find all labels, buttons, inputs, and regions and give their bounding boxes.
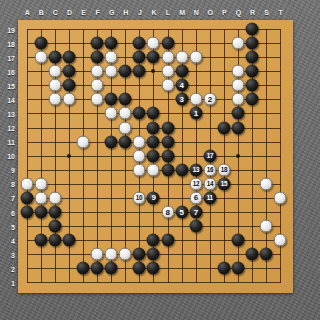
stone-S5: [260, 220, 273, 233]
col-label-P: P: [222, 9, 227, 16]
stone-N6: 7: [189, 206, 202, 219]
row-label-15: 15: [7, 82, 15, 89]
move-number-11: 11: [207, 194, 213, 202]
stone-O14: 2: [203, 93, 216, 106]
row-label-9: 9: [11, 167, 15, 174]
stone-B18: [34, 37, 47, 50]
stone-S8: [260, 177, 273, 190]
stone-G11: [105, 135, 118, 148]
stone-H3: [119, 248, 132, 261]
stone-F15: [91, 79, 104, 92]
stone-L11: [161, 135, 174, 148]
move-number-7: 7: [194, 208, 198, 216]
stone-J7: 10: [133, 191, 146, 204]
stone-M9: [175, 163, 188, 176]
stone-A6: [20, 206, 33, 219]
move-number-15: 15: [221, 180, 227, 188]
stone-N14: [189, 93, 202, 106]
hoshi-point: [236, 154, 240, 158]
col-label-E: E: [81, 9, 86, 16]
move-number-10: 10: [136, 194, 142, 202]
grid-line-horizontal: [27, 282, 281, 283]
stone-K18: [147, 37, 160, 50]
stone-C17: [48, 51, 61, 64]
stone-L17: [161, 51, 174, 64]
stone-E11: [77, 135, 90, 148]
stone-S3: [260, 248, 273, 261]
row-label-2: 2: [11, 265, 15, 272]
stone-P12: [217, 121, 230, 134]
move-number-3: 3: [180, 95, 184, 103]
col-label-G: G: [109, 9, 114, 16]
row-label-8: 8: [11, 181, 15, 188]
stone-R14: [245, 93, 258, 106]
stone-L12: [161, 121, 174, 134]
stone-R16: [245, 65, 258, 78]
stone-Q12: [231, 121, 244, 134]
stone-M14: 3: [175, 93, 188, 106]
stone-C16: [48, 65, 61, 78]
stone-L6: 8: [161, 206, 174, 219]
move-number-14: 14: [207, 180, 213, 188]
stone-G2: [105, 262, 118, 275]
row-label-5: 5: [11, 223, 15, 230]
stone-M6: 5: [175, 206, 188, 219]
stone-Q15: [231, 79, 244, 92]
row-label-6: 6: [11, 209, 15, 216]
stone-L15: [161, 79, 174, 92]
col-label-L: L: [166, 9, 170, 16]
move-number-8: 8: [166, 208, 170, 216]
stone-F16: [91, 65, 104, 78]
stone-Q4: [231, 234, 244, 247]
move-number-4: 4: [180, 81, 184, 89]
stone-Q2: [231, 262, 244, 275]
stone-M16: [175, 65, 188, 78]
stone-H14: [119, 93, 132, 106]
stone-K2: [147, 262, 160, 275]
stone-L4: [161, 234, 174, 247]
stone-C15: [48, 79, 61, 92]
stone-R15: [245, 79, 258, 92]
stone-K13: [147, 107, 160, 120]
move-number-6: 6: [194, 194, 198, 202]
stone-G13: [105, 107, 118, 120]
stone-G17: [105, 51, 118, 64]
row-label-13: 13: [7, 110, 15, 117]
stone-F17: [91, 51, 104, 64]
stone-L9: [161, 163, 174, 176]
move-number-18: 18: [221, 166, 227, 174]
row-label-1: 1: [11, 279, 15, 286]
stone-C5: [48, 220, 61, 233]
col-label-M: M: [179, 9, 185, 16]
stone-B17: [34, 51, 47, 64]
stone-L16: [161, 65, 174, 78]
stone-N5: [189, 220, 202, 233]
col-label-F: F: [95, 9, 99, 16]
stone-M15: 4: [175, 79, 188, 92]
stone-B8: [34, 177, 47, 190]
stone-Q13: [231, 107, 244, 120]
row-label-14: 14: [7, 96, 15, 103]
stone-H16: [119, 65, 132, 78]
stone-J3: [133, 248, 146, 261]
stone-Q14: [231, 93, 244, 106]
grid-line-horizontal: [27, 226, 281, 227]
col-label-A: A: [25, 9, 30, 16]
col-label-Q: Q: [236, 9, 241, 16]
row-label-3: 3: [11, 251, 15, 258]
row-label-7: 7: [11, 195, 15, 202]
col-label-C: C: [53, 9, 58, 16]
stone-F14: [91, 93, 104, 106]
stone-C4: [48, 234, 61, 247]
go-board[interactable]: 432117131618121415109611857: [18, 20, 293, 293]
stone-G14: [105, 93, 118, 106]
row-label-16: 16: [7, 68, 15, 75]
stone-B4: [34, 234, 47, 247]
stone-B7: [34, 191, 47, 204]
col-label-R: R: [250, 9, 255, 16]
stone-L18: [161, 37, 174, 50]
stone-O8: 14: [203, 177, 216, 190]
stone-N17: [189, 51, 202, 64]
stone-C7: [48, 191, 61, 204]
move-number-16: 16: [207, 166, 213, 174]
stone-F3: [91, 248, 104, 261]
stone-H11: [119, 135, 132, 148]
stone-J18: [133, 37, 146, 50]
stone-N13: 1: [189, 107, 202, 120]
stone-J9: [133, 163, 146, 176]
stone-E2: [77, 262, 90, 275]
stone-D16: [62, 65, 75, 78]
stone-R3: [245, 248, 258, 261]
row-label-19: 19: [7, 26, 15, 33]
stone-J16: [133, 65, 146, 78]
hoshi-point: [151, 69, 155, 73]
grid-line-horizontal: [27, 212, 281, 213]
grid-line-vertical: [266, 29, 267, 283]
col-label-O: O: [208, 9, 213, 16]
stone-D17: [62, 51, 75, 64]
stone-J13: [133, 107, 146, 120]
stone-J17: [133, 51, 146, 64]
stone-F2: [91, 262, 104, 275]
stone-J2: [133, 262, 146, 275]
col-label-J: J: [138, 9, 142, 16]
stone-L10: [161, 149, 174, 162]
grid-line-vertical: [224, 29, 225, 283]
stone-K12: [147, 121, 160, 134]
stone-R17: [245, 51, 258, 64]
col-label-S: S: [264, 9, 269, 16]
stone-D4: [62, 234, 75, 247]
stone-N8: 12: [189, 177, 202, 190]
move-number-13: 13: [193, 166, 199, 174]
col-label-K: K: [151, 9, 156, 16]
stone-P2: [217, 262, 230, 275]
stone-R18: [245, 37, 258, 50]
stone-N7: 6: [189, 191, 202, 204]
stone-K7: 9: [147, 191, 160, 204]
stone-T7: [274, 191, 287, 204]
col-label-B: B: [39, 9, 44, 16]
stone-O9: 16: [203, 163, 216, 176]
stone-B6: [34, 206, 47, 219]
grid-line-horizontal: [27, 184, 281, 185]
stone-F18: [91, 37, 104, 50]
move-number-17: 17: [207, 152, 213, 160]
stone-G16: [105, 65, 118, 78]
row-label-11: 11: [8, 139, 15, 146]
stone-O10: 17: [203, 149, 216, 162]
col-label-H: H: [123, 9, 128, 16]
stone-H12: [119, 121, 132, 134]
stone-R19: [245, 23, 258, 36]
move-number-5: 5: [180, 208, 184, 216]
row-label-17: 17: [7, 54, 15, 61]
stone-P9: 18: [217, 163, 230, 176]
stone-J10: [133, 149, 146, 162]
row-label-10: 10: [7, 153, 15, 160]
stone-J11: [133, 135, 146, 148]
stone-P8: 15: [217, 177, 230, 190]
stone-Q18: [231, 37, 244, 50]
stone-A7: [20, 191, 33, 204]
stone-T4: [274, 234, 287, 247]
move-number-9: 9: [151, 194, 155, 202]
row-label-18: 18: [7, 40, 15, 47]
move-number-12: 12: [193, 180, 199, 188]
stone-C6: [48, 206, 61, 219]
stone-G18: [105, 37, 118, 50]
stone-K9: [147, 163, 160, 176]
stone-G3: [105, 248, 118, 261]
stone-K4: [147, 234, 160, 247]
hoshi-point: [67, 154, 71, 158]
stone-C14: [48, 93, 61, 106]
stone-H13: [119, 107, 132, 120]
stone-K3: [147, 248, 160, 261]
stone-M17: [175, 51, 188, 64]
stone-D15: [62, 79, 75, 92]
col-label-D: D: [67, 9, 72, 16]
move-number-2: 2: [208, 95, 212, 103]
stone-Q16: [231, 65, 244, 78]
stone-A8: [20, 177, 33, 190]
row-label-4: 4: [11, 237, 15, 244]
grid-line-vertical: [196, 29, 197, 283]
col-label-T: T: [278, 9, 282, 16]
col-label-N: N: [194, 9, 199, 16]
stone-O7: 11: [203, 191, 216, 204]
stone-N9: 13: [189, 163, 202, 176]
move-number-1: 1: [194, 109, 198, 117]
stone-K11: [147, 135, 160, 148]
stone-D14: [62, 93, 75, 106]
row-label-12: 12: [7, 125, 15, 132]
stone-K10: [147, 149, 160, 162]
stone-K17: [147, 51, 160, 64]
